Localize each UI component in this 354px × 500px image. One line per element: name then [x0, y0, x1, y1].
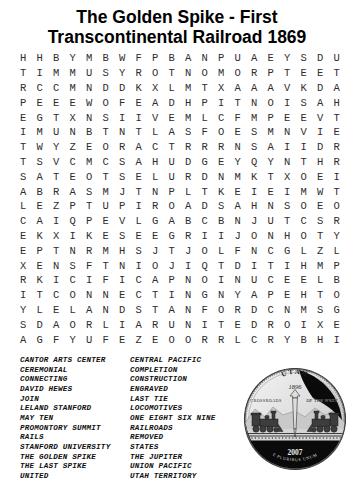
- grid-cell: B: [164, 51, 181, 66]
- grid-cell: N: [230, 140, 247, 155]
- grid-cell: O: [197, 243, 214, 258]
- grid-cell: V: [114, 214, 131, 229]
- grid-cell: E: [147, 332, 164, 347]
- grid-cell: I: [296, 140, 313, 155]
- word-list-item: THE LAST SPIKE: [20, 462, 110, 472]
- grid-cell: A: [230, 199, 247, 214]
- grid-cell: M: [98, 243, 115, 258]
- grid-cell: C: [48, 81, 65, 96]
- grid-cell: T: [329, 66, 346, 81]
- grid-cell: F: [48, 332, 65, 347]
- grid-cell: M: [180, 110, 197, 125]
- grid-cell: I: [131, 110, 148, 125]
- grid-cell: S: [131, 303, 148, 318]
- word-list-item: UNITED: [20, 472, 110, 482]
- word-list-item: UNION PACIFIC: [130, 462, 216, 472]
- grid-cell: W: [312, 184, 329, 199]
- grid-cell: T: [32, 288, 49, 303]
- grid-cell: P: [15, 95, 32, 110]
- grid-cell: Y: [230, 288, 247, 303]
- word-list-right: CENTRAL PACIFICCOMPLETIONCONSTRUCTIONENG…: [130, 356, 216, 482]
- grid-cell: I: [48, 273, 65, 288]
- grid-cell: B: [329, 273, 346, 288]
- grid-cell: I: [15, 125, 32, 140]
- grid-cell: E: [279, 110, 296, 125]
- grid-cell: T: [296, 155, 313, 170]
- grid-cell: A: [246, 288, 263, 303]
- grid-cell: A: [48, 317, 65, 332]
- grid-cell: R: [114, 140, 131, 155]
- grid-cell: S: [180, 125, 197, 140]
- word-list-item: THE JUPITER: [130, 453, 216, 463]
- grid-cell: U: [98, 199, 115, 214]
- grid-cell: R: [15, 273, 32, 288]
- grid-cell: T: [230, 95, 247, 110]
- page-title: The Golden Spike - First Transcontinenta…: [0, 8, 354, 47]
- grid-cell: H: [32, 51, 49, 66]
- grid-cell: B: [180, 214, 197, 229]
- grid-cell: Y: [279, 51, 296, 66]
- grid-cell: N: [263, 229, 280, 244]
- grid-cell: R: [131, 66, 148, 81]
- grid-cell: A: [164, 214, 181, 229]
- grid-cell: I: [246, 184, 263, 199]
- grid-cell: F: [197, 303, 214, 318]
- grid-cell: C: [131, 288, 148, 303]
- grid-cell: T: [329, 110, 346, 125]
- grid-cell: E: [114, 288, 131, 303]
- grid-cell: E: [279, 288, 296, 303]
- grid-cell: T: [98, 169, 115, 184]
- grid-cell: R: [147, 199, 164, 214]
- grid-cell: W: [32, 140, 49, 155]
- grid-cell: S: [81, 184, 98, 199]
- grid-cell: W: [114, 51, 131, 66]
- grid-cell: I: [197, 317, 214, 332]
- grid-cell: B: [48, 51, 65, 66]
- grid-cell: E: [131, 95, 148, 110]
- grid-cell: K: [131, 81, 148, 96]
- grid-cell: L: [65, 303, 82, 318]
- grid-cell: J: [246, 214, 263, 229]
- grid-cell: H: [279, 229, 296, 244]
- grid-cell: E: [329, 317, 346, 332]
- grid-cell: N: [279, 125, 296, 140]
- grid-cell: G: [32, 332, 49, 347]
- grid-cell: E: [296, 110, 313, 125]
- grid-cell: I: [246, 258, 263, 273]
- grid-cell: V: [147, 110, 164, 125]
- grid-cell: A: [164, 125, 181, 140]
- grid-cell: R: [246, 66, 263, 81]
- grid-cell: L: [32, 303, 49, 318]
- grid-cell: O: [296, 169, 313, 184]
- grid-cell: I: [114, 317, 131, 332]
- grid-cell: S: [131, 243, 148, 258]
- grid-cell: A: [81, 303, 98, 318]
- grid-cell: C: [48, 288, 65, 303]
- word-list-item: MAY TEN: [20, 414, 110, 424]
- grid-cell: Y: [65, 51, 82, 66]
- grid-cell: E: [32, 199, 49, 214]
- grid-cell: A: [246, 81, 263, 96]
- grid-cell: S: [114, 229, 131, 244]
- grid-cell: D: [180, 155, 197, 170]
- grid-cell: D: [312, 81, 329, 96]
- grid-cell: I: [312, 125, 329, 140]
- grid-cell: N: [81, 110, 98, 125]
- grid-cell: S: [114, 169, 131, 184]
- grid-cell: E: [164, 110, 181, 125]
- grid-cell: H: [296, 258, 313, 273]
- grid-cell: C: [246, 332, 263, 347]
- grid-cell: N: [230, 273, 247, 288]
- grid-cell: O: [98, 140, 115, 155]
- grid-cell: E: [312, 66, 329, 81]
- grid-cell: M: [230, 169, 247, 184]
- grid-cell: S: [15, 169, 32, 184]
- grid-cell: A: [164, 303, 181, 318]
- grid-cell: F: [197, 125, 214, 140]
- grid-cell: N: [263, 199, 280, 214]
- grid-cell: O: [263, 95, 280, 110]
- grid-cell: E: [329, 125, 346, 140]
- grid-cell: O: [98, 95, 115, 110]
- grid-cell: S: [246, 140, 263, 155]
- grid-cell: N: [48, 258, 65, 273]
- grid-cell: D: [312, 140, 329, 155]
- grid-cell: L: [98, 317, 115, 332]
- grid-cell: I: [213, 273, 230, 288]
- grid-cell: M: [65, 66, 82, 81]
- grid-cell: U: [263, 214, 280, 229]
- grid-cell: T: [329, 184, 346, 199]
- grid-cell: E: [48, 95, 65, 110]
- grid-cell: N: [197, 51, 214, 66]
- grid-cell: S: [246, 125, 263, 140]
- grid-cell: A: [32, 169, 49, 184]
- grid-cell: H: [114, 243, 131, 258]
- grid-cell: D: [114, 303, 131, 318]
- grid-cell: I: [197, 229, 214, 244]
- grid-cell: C: [32, 81, 49, 96]
- grid-cell: M: [263, 125, 280, 140]
- word-list-item: JOIN: [20, 395, 110, 405]
- grid-cell: S: [65, 258, 82, 273]
- grid-cell: S: [213, 199, 230, 214]
- grid-cell: R: [230, 303, 247, 318]
- grid-cell: C: [263, 273, 280, 288]
- grid-cell: V: [312, 110, 329, 125]
- grid-cell: A: [15, 184, 32, 199]
- grid-cell: B: [98, 51, 115, 66]
- grid-cell: H: [180, 95, 197, 110]
- grid-cell: S: [114, 155, 131, 170]
- grid-cell: E: [147, 229, 164, 244]
- grid-cell: E: [65, 95, 82, 110]
- grid-cell: R: [263, 332, 280, 347]
- grid-cell: A: [246, 51, 263, 66]
- grid-cell: L: [147, 125, 164, 140]
- grid-cell: O: [65, 288, 82, 303]
- grid-cell: T: [15, 155, 32, 170]
- grid-cell: S: [32, 155, 49, 170]
- grid-cell: D: [197, 169, 214, 184]
- grid-cell: M: [98, 184, 115, 199]
- grid-cell: A: [329, 81, 346, 96]
- grid-cell: I: [279, 95, 296, 110]
- grid-cell: K: [81, 229, 98, 244]
- word-list-item: REMOVED: [130, 433, 216, 443]
- grid-cell: N: [98, 288, 115, 303]
- grid-cell: H: [296, 288, 313, 303]
- grid-cell: E: [15, 110, 32, 125]
- grid-cell: I: [131, 199, 148, 214]
- grid-cell: G: [197, 288, 214, 303]
- grid-cell: P: [164, 184, 181, 199]
- word-list-item: STANFORD UNIVERSITY: [20, 443, 110, 453]
- grid-cell: B: [81, 125, 98, 140]
- grid-cell: U: [329, 51, 346, 66]
- grid-cell: O: [296, 229, 313, 244]
- grid-cell: I: [164, 288, 181, 303]
- grid-cell: T: [147, 303, 164, 318]
- grid-cell: K: [32, 273, 49, 288]
- grid-cell: T: [131, 184, 148, 199]
- grid-cell: M: [312, 258, 329, 273]
- grid-cell: L: [180, 184, 197, 199]
- grid-cell: A: [32, 214, 49, 229]
- grid-cell: I: [279, 184, 296, 199]
- grid-cell: T: [48, 110, 65, 125]
- grid-cell: H: [312, 155, 329, 170]
- grid-cell: A: [263, 140, 280, 155]
- grid-cell: S: [312, 303, 329, 318]
- grid-cell: D: [246, 303, 263, 318]
- grid-cell: C: [263, 243, 280, 258]
- grid-cell: D: [312, 51, 329, 66]
- grid-cell: Y: [48, 140, 65, 155]
- grid-cell: L: [296, 243, 313, 258]
- grid-cell: T: [197, 81, 214, 96]
- grid-cell: A: [131, 140, 148, 155]
- grid-cell: N: [180, 317, 197, 332]
- grid-cell: N: [81, 288, 98, 303]
- grid-cell: D: [114, 81, 131, 96]
- coin-statehood-year: 1896: [289, 383, 303, 390]
- grid-cell: X: [48, 229, 65, 244]
- grid-cell: E: [15, 243, 32, 258]
- grid-cell: A: [15, 332, 32, 347]
- title-line-2: Transcontinental Railroad 1869: [0, 28, 354, 48]
- grid-cell: N: [65, 243, 82, 258]
- grid-cell: N: [180, 66, 197, 81]
- grid-cell: K: [32, 229, 49, 244]
- grid-cell: S: [296, 95, 313, 110]
- grid-cell: V: [48, 155, 65, 170]
- grid-cell: E: [81, 140, 98, 155]
- grid-cell: S: [296, 51, 313, 66]
- grid-cell: O: [164, 199, 181, 214]
- grid-cell: S: [98, 66, 115, 81]
- grid-cell: G: [32, 110, 49, 125]
- grid-cell: I: [329, 332, 346, 347]
- grid-cell: D: [246, 317, 263, 332]
- grid-cell: L: [15, 199, 32, 214]
- grid-cell: G: [279, 243, 296, 258]
- grid-cell: E: [131, 229, 148, 244]
- grid-cell: Y: [65, 332, 82, 347]
- grid-cell: M: [213, 66, 230, 81]
- grid-cell: C: [263, 303, 280, 318]
- grid-cell: K: [213, 184, 230, 199]
- grid-cell: R: [329, 214, 346, 229]
- word-list-item: RAILROADS: [130, 424, 216, 434]
- grid-cell: Y: [329, 229, 346, 244]
- grid-cell: N: [180, 273, 197, 288]
- grid-cell: Z: [312, 243, 329, 258]
- grid-cell: C: [65, 273, 82, 288]
- grid-cell: V: [279, 81, 296, 96]
- grid-cell: R: [197, 140, 214, 155]
- grid-cell: Q: [65, 214, 82, 229]
- grid-cell: P: [114, 199, 131, 214]
- grid-cell: O: [197, 66, 214, 81]
- grid-cell: J: [180, 243, 197, 258]
- grid-cell: A: [180, 51, 197, 66]
- grid-cell: L: [164, 81, 181, 96]
- grid-cell: O: [329, 288, 346, 303]
- grid-cell: K: [296, 81, 313, 96]
- word-list-item: UTAH TERRITORY: [130, 472, 216, 482]
- grid-cell: N: [81, 81, 98, 96]
- grid-cell: N: [230, 214, 247, 229]
- grid-cell: U: [48, 125, 65, 140]
- grid-cell: L: [312, 273, 329, 288]
- grid-cell: R: [263, 317, 280, 332]
- grid-cell: E: [65, 169, 82, 184]
- grid-cell: N: [213, 288, 230, 303]
- grid-cell: T: [15, 66, 32, 81]
- grid-cell: B: [213, 214, 230, 229]
- word-list-item: CANTOR ARTS CENTER: [20, 356, 110, 366]
- grid-cell: Y: [114, 66, 131, 81]
- grid-cell: F: [81, 258, 98, 273]
- grid-cell: T: [147, 288, 164, 303]
- grid-cell: T: [164, 243, 181, 258]
- grid-cell: M: [296, 184, 313, 199]
- grid-cell: E: [263, 51, 280, 66]
- word-list-item: ONE EIGHT SIX NINE: [130, 414, 216, 424]
- grid-cell: I: [131, 258, 148, 273]
- grid-cell: N: [114, 125, 131, 140]
- grid-cell: T: [15, 140, 32, 155]
- grid-cell: I: [329, 169, 346, 184]
- grid-cell: A: [263, 81, 280, 96]
- grid-cell: E: [98, 214, 115, 229]
- grid-cell: H: [329, 95, 346, 110]
- grid-cell: T: [263, 169, 280, 184]
- word-list-item: LOCOMOTIVES: [130, 404, 216, 414]
- grid-cell: I: [65, 229, 82, 244]
- grid-cell: M: [48, 66, 65, 81]
- grid-cell: C: [131, 273, 148, 288]
- grid-cell: P: [164, 273, 181, 288]
- grid-cell: N: [246, 95, 263, 110]
- grid-cell: E: [296, 66, 313, 81]
- grid-cell: Y: [279, 332, 296, 347]
- grid-cell: E: [296, 273, 313, 288]
- grid-cell: E: [32, 95, 49, 110]
- grid-cell: N: [279, 155, 296, 170]
- grid-cell: C: [15, 214, 32, 229]
- grid-cell: J: [230, 229, 247, 244]
- grid-cell: Y: [263, 155, 280, 170]
- grid-cell: R: [329, 155, 346, 170]
- grid-cell: L: [329, 243, 346, 258]
- grid-cell: E: [114, 332, 131, 347]
- grid-cell: G: [147, 214, 164, 229]
- grid-cell: A: [312, 95, 329, 110]
- grid-cell: T: [98, 125, 115, 140]
- grid-cell: C: [213, 110, 230, 125]
- grid-cell: C: [296, 214, 313, 229]
- grid-cell: N: [180, 303, 197, 318]
- grid-cell: T: [312, 288, 329, 303]
- grid-cell: E: [312, 199, 329, 214]
- grid-cell: U: [164, 155, 181, 170]
- grid-cell: Z: [48, 199, 65, 214]
- grid-cell: C: [197, 214, 214, 229]
- grid-cell: O: [197, 273, 214, 288]
- grid-cell: T: [98, 258, 115, 273]
- grid-cell: U: [81, 66, 98, 81]
- coin-motto-right: OF THE WEST: [306, 398, 337, 403]
- grid-cell: P: [197, 95, 214, 110]
- grid-cell: O: [279, 317, 296, 332]
- grid-cell: T: [48, 169, 65, 184]
- grid-cell: N: [246, 243, 263, 258]
- grid-cell: N: [213, 169, 230, 184]
- grid-cell: I: [213, 229, 230, 244]
- grid-cell: E: [230, 317, 247, 332]
- grid-cell: Z: [65, 140, 82, 155]
- grid-cell: U: [230, 51, 247, 66]
- grid-cell: Y: [230, 155, 247, 170]
- grid-cell: D: [32, 317, 49, 332]
- word-list-item: PROMONTORY SUMMIT: [20, 424, 110, 434]
- grid-cell: R: [180, 169, 197, 184]
- grid-cell: I: [32, 66, 49, 81]
- wordsearch-grid: HHBYMBWFPBANPUAEYSDUTIMMUSYROTNOMORPTEET…: [15, 51, 345, 347]
- grid-cell: L: [230, 332, 247, 347]
- word-list-item: STATES: [130, 443, 216, 453]
- grid-cell: E: [15, 229, 32, 244]
- grid-cell: J: [114, 184, 131, 199]
- grid-cell: J: [164, 258, 181, 273]
- word-list-item: ENGRAVED: [130, 385, 216, 395]
- grid-cell: L: [213, 243, 230, 258]
- grid-cell: T: [48, 243, 65, 258]
- grid-cell: E: [279, 273, 296, 288]
- grid-cell: O: [147, 258, 164, 273]
- grid-cell: R: [15, 81, 32, 96]
- grid-cell: T: [81, 199, 98, 214]
- grid-cell: T: [263, 258, 280, 273]
- grid-cell: X: [147, 81, 164, 96]
- grid-cell: E: [32, 258, 49, 273]
- grid-cell: X: [213, 81, 230, 96]
